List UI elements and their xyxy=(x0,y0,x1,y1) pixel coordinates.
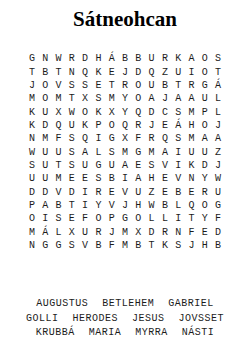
grid-cell[interactable]: X xyxy=(105,105,118,118)
grid-cell[interactable]: S xyxy=(65,132,78,145)
grid-cell[interactable]: C xyxy=(158,105,171,118)
grid-cell[interactable]: V xyxy=(118,185,131,198)
grid-cell[interactable]: A xyxy=(132,172,145,185)
grid-cell[interactable]: D xyxy=(78,52,91,65)
grid-cell[interactable]: S xyxy=(211,52,224,65)
grid-cell[interactable]: F xyxy=(132,132,145,145)
grid-cell[interactable]: O xyxy=(198,199,211,212)
grid-cell[interactable]: U xyxy=(39,172,52,185)
grid-cell[interactable]: S xyxy=(172,239,185,252)
grid-cell[interactable]: I xyxy=(118,172,131,185)
grid-cell[interactable]: S xyxy=(25,159,38,172)
word-list: AUGUSTUSBETLEHEMGABRIELGOLLIHERODESJESUS… xyxy=(0,297,250,341)
grid-cell[interactable]: Q xyxy=(158,132,171,145)
grid-cell[interactable]: T xyxy=(145,239,158,252)
grid-cell[interactable]: G xyxy=(118,212,131,225)
grid-cell[interactable]: Á xyxy=(39,225,52,238)
grid-cell[interactable]: K xyxy=(172,52,185,65)
grid-cell[interactable]: E xyxy=(158,185,171,198)
grid-cell[interactable]: V xyxy=(52,79,65,92)
grid-cell[interactable]: W xyxy=(211,172,224,185)
grid-cell[interactable]: V xyxy=(52,185,65,198)
grid-cell[interactable]: J xyxy=(211,119,224,132)
grid-cell[interactable]: M xyxy=(118,145,131,158)
word-list-item: NÁSTI xyxy=(182,326,215,341)
word-search-page: Sátneohcan GNWRDHÁBBURKAOSTBTNQKEJDQZUIO… xyxy=(0,0,250,356)
grid-cell[interactable]: Á xyxy=(172,119,185,132)
grid-cell[interactable]: B xyxy=(211,239,224,252)
grid-cell[interactable]: V xyxy=(78,239,91,252)
grid-cell[interactable]: M xyxy=(52,92,65,105)
grid-cell[interactable]: A xyxy=(145,92,158,105)
grid-cell[interactable]: O xyxy=(78,105,91,118)
grid-cell[interactable]: M xyxy=(145,145,158,158)
grid-cell[interactable]: O xyxy=(132,212,145,225)
grid-cell[interactable]: U xyxy=(145,52,158,65)
grid-cell[interactable]: G xyxy=(92,159,105,172)
grid-cell[interactable]: B xyxy=(158,199,171,212)
grid-cell[interactable]: R xyxy=(198,185,211,198)
grid-cell[interactable]: H xyxy=(92,52,105,65)
grid-cell[interactable]: J xyxy=(118,199,131,212)
grid-cell[interactable]: T xyxy=(65,92,78,105)
grid-cell[interactable]: D xyxy=(145,105,158,118)
grid-cell[interactable]: D xyxy=(39,185,52,198)
grid-cell[interactable]: U xyxy=(39,159,52,172)
grid-cell[interactable]: L xyxy=(145,212,158,225)
grid-cell[interactable]: Q xyxy=(132,105,145,118)
grid-cell[interactable]: P xyxy=(198,105,211,118)
grid-cell[interactable]: Y xyxy=(118,105,131,118)
grid-cell[interactable]: A xyxy=(118,159,131,172)
grid-cell[interactable]: S xyxy=(52,212,65,225)
grid-cell[interactable]: T xyxy=(211,65,224,78)
word-list-item: MYRRA xyxy=(135,326,168,341)
grid-cell[interactable]: Á xyxy=(105,52,118,65)
grid-cell[interactable]: S xyxy=(92,172,105,185)
grid-cell[interactable]: R xyxy=(65,52,78,65)
grid-cell[interactable]: Y xyxy=(198,212,211,225)
grid-cell[interactable]: M xyxy=(52,172,65,185)
grid-cell[interactable]: H xyxy=(198,239,211,252)
grid-cell[interactable]: G xyxy=(211,199,224,212)
grid-cell[interactable]: U xyxy=(172,65,185,78)
grid-cell[interactable]: S xyxy=(92,92,105,105)
grid-cell[interactable]: E xyxy=(78,172,91,185)
grid-cell[interactable]: Z xyxy=(158,65,171,78)
grid-cell[interactable]: I xyxy=(78,199,91,212)
grid-cell[interactable]: J xyxy=(105,225,118,238)
grid-cell[interactable]: D xyxy=(198,159,211,172)
grid-cell[interactable]: S xyxy=(172,132,185,145)
grid-cell[interactable]: K xyxy=(25,105,38,118)
grid-cell[interactable]: F xyxy=(105,239,118,252)
word-list-item: BETLEHEM xyxy=(102,297,154,312)
grid-cell[interactable]: U xyxy=(198,92,211,105)
word-grid: GNWRDHÁBBURKAOSTBTNQKEJDQZUIOTJOVSSETROU… xyxy=(25,52,224,252)
grid-cell[interactable]: I xyxy=(172,212,185,225)
word-list-line: AUGUSTUSBETLEHEMGABRIEL xyxy=(0,297,250,312)
grid-cell[interactable]: D xyxy=(39,119,52,132)
grid-cell[interactable]: D xyxy=(132,65,145,78)
word-list-line: GOLLIHERODESJESUSJOVSSET xyxy=(0,312,250,327)
grid-cell[interactable]: B xyxy=(39,65,52,78)
grid-cell[interactable]: K xyxy=(78,119,91,132)
grid-cell[interactable]: U xyxy=(25,172,38,185)
grid-cell[interactable]: X xyxy=(118,132,131,145)
grid-cell[interactable]: V xyxy=(158,159,171,172)
grid-cell[interactable]: U xyxy=(52,145,65,158)
grid-cell[interactable]: S xyxy=(105,145,118,158)
grid-cell[interactable]: R xyxy=(185,79,198,92)
grid-cell[interactable]: T xyxy=(52,159,65,172)
grid-cell[interactable]: J xyxy=(185,239,198,252)
grid-cell[interactable]: R xyxy=(132,119,145,132)
grid-cell[interactable]: O xyxy=(39,92,52,105)
grid-cell[interactable]: T xyxy=(52,65,65,78)
grid-cell[interactable]: N xyxy=(172,225,185,238)
grid-cell[interactable]: N xyxy=(185,172,198,185)
grid-cell[interactable]: E xyxy=(132,159,145,172)
grid-cell[interactable]: E xyxy=(105,65,118,78)
grid-cell[interactable]: N xyxy=(39,52,52,65)
grid-cell[interactable]: F xyxy=(52,132,65,145)
grid-cell[interactable]: I xyxy=(92,132,105,145)
grid-cell[interactable]: S xyxy=(145,159,158,172)
grid-cell[interactable]: Y xyxy=(118,92,131,105)
grid-cell[interactable]: M xyxy=(39,132,52,145)
grid-cell[interactable]: E xyxy=(158,172,171,185)
grid-cell[interactable]: B xyxy=(52,199,65,212)
grid-cell[interactable]: Y xyxy=(198,172,211,185)
grid-cell[interactable]: L xyxy=(52,225,65,238)
grid-cell[interactable]: Q xyxy=(185,199,198,212)
word-list-item: JOVSSET xyxy=(179,312,225,327)
grid-cell[interactable]: G xyxy=(52,239,65,252)
grid-cell[interactable]: J xyxy=(25,79,38,92)
grid-cell[interactable]: K xyxy=(92,105,105,118)
grid-cell[interactable]: X xyxy=(78,92,91,105)
grid-cell[interactable]: T xyxy=(105,79,118,92)
grid-cell[interactable]: A xyxy=(185,52,198,65)
grid-cell[interactable]: X xyxy=(132,225,145,238)
grid-cell[interactable]: M xyxy=(105,92,118,105)
grid-cell[interactable]: B xyxy=(105,172,118,185)
grid-cell[interactable]: E xyxy=(158,119,171,132)
grid-cell[interactable]: D xyxy=(25,185,38,198)
grid-cell[interactable]: B xyxy=(172,185,185,198)
grid-cell[interactable]: Z xyxy=(211,145,224,158)
grid-cell[interactable]: J xyxy=(211,159,224,172)
grid-cell[interactable]: O xyxy=(92,212,105,225)
grid-cell[interactable]: B xyxy=(132,239,145,252)
grid-cell[interactable]: R xyxy=(158,52,171,65)
grid-cell[interactable]: O xyxy=(198,65,211,78)
grid-cell[interactable]: J xyxy=(118,65,131,78)
grid-cell[interactable]: S xyxy=(78,79,91,92)
grid-cell[interactable]: N xyxy=(65,65,78,78)
grid-cell[interactable]: M xyxy=(118,225,131,238)
grid-cell[interactable]: P xyxy=(25,199,38,212)
grid-cell[interactable]: U xyxy=(78,225,91,238)
grid-cell[interactable]: B xyxy=(132,52,145,65)
grid-cell[interactable]: I xyxy=(172,159,185,172)
grid-cell[interactable]: R xyxy=(92,225,105,238)
grid-cell[interactable]: U xyxy=(145,79,158,92)
grid-cell[interactable]: U xyxy=(198,145,211,158)
puzzle-title: Sátneohcan xyxy=(0,0,250,31)
grid-cell[interactable]: S xyxy=(172,105,185,118)
grid-cell[interactable]: M xyxy=(185,132,198,145)
grid-cell[interactable]: L xyxy=(158,212,171,225)
grid-cell[interactable]: Q xyxy=(52,119,65,132)
grid-cell[interactable]: P xyxy=(105,212,118,225)
grid-cell[interactable]: A xyxy=(198,132,211,145)
grid-cell[interactable]: U xyxy=(132,185,145,198)
grid-cell[interactable]: Á xyxy=(211,79,224,92)
grid-cell[interactable]: U xyxy=(39,105,52,118)
grid-cell[interactable]: U xyxy=(185,145,198,158)
grid-cell[interactable]: U xyxy=(105,159,118,172)
grid-cell[interactable]: K xyxy=(185,159,198,172)
grid-cell[interactable]: O xyxy=(198,119,211,132)
grid-cell[interactable]: H xyxy=(132,199,145,212)
grid-cell[interactable]: E xyxy=(198,225,211,238)
grid-cell[interactable]: H xyxy=(145,172,158,185)
grid-cell[interactable]: U xyxy=(78,159,91,172)
grid-cell[interactable]: I xyxy=(185,65,198,78)
grid-cell[interactable]: D xyxy=(145,225,158,238)
grid-cell[interactable]: U xyxy=(65,119,78,132)
grid-cell[interactable]: X xyxy=(52,105,65,118)
grid-cell[interactable]: F xyxy=(78,212,91,225)
word-list-item: JESUS xyxy=(132,312,165,327)
grid-cell[interactable]: J xyxy=(158,92,171,105)
word-list-item: GOLLI xyxy=(26,312,59,327)
grid-cell[interactable]: Y xyxy=(92,199,105,212)
grid-cell[interactable]: E xyxy=(92,79,105,92)
grid-cell[interactable]: E xyxy=(185,185,198,198)
grid-cell[interactable]: F xyxy=(185,225,198,238)
grid-cell[interactable]: Z xyxy=(145,185,158,198)
grid-cell[interactable]: G xyxy=(198,79,211,92)
grid-cell[interactable]: O xyxy=(39,79,52,92)
grid-cell[interactable]: O xyxy=(105,119,118,132)
grid-cell[interactable]: L xyxy=(92,145,105,158)
grid-cell[interactable]: U xyxy=(211,185,224,198)
grid-cell[interactable]: O xyxy=(198,52,211,65)
grid-cell[interactable]: T xyxy=(65,199,78,212)
word-list-item: HERODES xyxy=(72,312,118,327)
grid-cell[interactable]: A xyxy=(39,199,52,212)
grid-cell[interactable]: Q xyxy=(78,132,91,145)
grid-cell[interactable]: L xyxy=(172,199,185,212)
grid-cell[interactable]: J xyxy=(145,119,158,132)
grid-cell[interactable]: Q xyxy=(118,119,131,132)
grid-cell[interactable]: G xyxy=(25,52,38,65)
grid-cell[interactable]: W xyxy=(65,105,78,118)
grid-cell[interactable]: Q xyxy=(145,65,158,78)
grid-cell[interactable]: H xyxy=(185,119,198,132)
grid-cell[interactable]: O xyxy=(25,212,38,225)
word-list-line: KRUBBÁMARIAMYRRANÁSTI xyxy=(0,326,250,341)
grid-cell[interactable]: T xyxy=(172,79,185,92)
grid-cell[interactable]: M xyxy=(25,92,38,105)
grid-cell[interactable]: M xyxy=(25,225,38,238)
grid-cell[interactable]: S xyxy=(65,79,78,92)
grid-cell[interactable]: F xyxy=(211,212,224,225)
grid-cell[interactable]: S xyxy=(65,145,78,158)
grid-cell[interactable]: L xyxy=(211,105,224,118)
grid-cell[interactable]: I xyxy=(172,145,185,158)
word-list-item: AUGUSTUS xyxy=(36,297,88,312)
grid-cell[interactable]: I xyxy=(39,212,52,225)
grid-cell[interactable]: I xyxy=(78,185,91,198)
grid-cell[interactable]: D xyxy=(65,185,78,198)
grid-cell[interactable]: S xyxy=(65,239,78,252)
grid-cell[interactable]: X xyxy=(65,225,78,238)
grid-cell[interactable]: G xyxy=(105,132,118,145)
grid-cell[interactable]: G xyxy=(39,239,52,252)
grid-cell[interactable]: N xyxy=(25,239,38,252)
grid-cell[interactable]: A xyxy=(78,145,91,158)
grid-cell[interactable]: A xyxy=(172,92,185,105)
grid-cell[interactable]: M xyxy=(118,239,131,252)
grid-cell[interactable]: S xyxy=(65,159,78,172)
grid-cell[interactable]: B xyxy=(92,239,105,252)
grid-cell[interactable]: B xyxy=(118,52,131,65)
grid-cell[interactable]: B xyxy=(158,79,171,92)
grid-cell[interactable]: G xyxy=(132,145,145,158)
grid-cell[interactable]: R xyxy=(118,79,131,92)
grid-cell[interactable]: E xyxy=(105,185,118,198)
grid-cell[interactable]: K xyxy=(92,65,105,78)
word-list-item: GABRIEL xyxy=(168,297,214,312)
grid-cell[interactable]: A xyxy=(211,132,224,145)
grid-cell[interactable]: L xyxy=(211,92,224,105)
grid-cell[interactable]: O xyxy=(132,92,145,105)
grid-cell[interactable]: D xyxy=(211,225,224,238)
grid-cell[interactable]: V xyxy=(172,172,185,185)
grid-cell[interactable]: T xyxy=(25,65,38,78)
grid-cell[interactable]: N xyxy=(25,132,38,145)
word-list-item: MARIA xyxy=(89,326,122,341)
grid-cell[interactable]: T xyxy=(185,212,198,225)
word-list-item: KRUBBÁ xyxy=(36,326,75,341)
grid-cell[interactable]: R xyxy=(158,225,171,238)
grid-cell[interactable]: U xyxy=(39,145,52,158)
grid-cell[interactable]: O xyxy=(132,79,145,92)
grid-cell[interactable]: K xyxy=(158,239,171,252)
grid-cell[interactable]: E xyxy=(65,212,78,225)
grid-cell[interactable]: E xyxy=(65,172,78,185)
grid-cell[interactable]: V xyxy=(105,199,118,212)
grid-cell[interactable]: P xyxy=(92,119,105,132)
grid-cell[interactable]: R xyxy=(92,185,105,198)
grid-cell[interactable]: W xyxy=(52,52,65,65)
grid-cell[interactable]: W xyxy=(145,199,158,212)
grid-cell[interactable]: R xyxy=(145,132,158,145)
grid-cell[interactable]: M xyxy=(185,105,198,118)
grid-cell[interactable]: A xyxy=(185,92,198,105)
grid-cell[interactable]: Q xyxy=(78,65,91,78)
grid-cell[interactable]: K xyxy=(25,119,38,132)
grid-cell[interactable]: W xyxy=(25,145,38,158)
grid-cell[interactable]: A xyxy=(158,145,171,158)
